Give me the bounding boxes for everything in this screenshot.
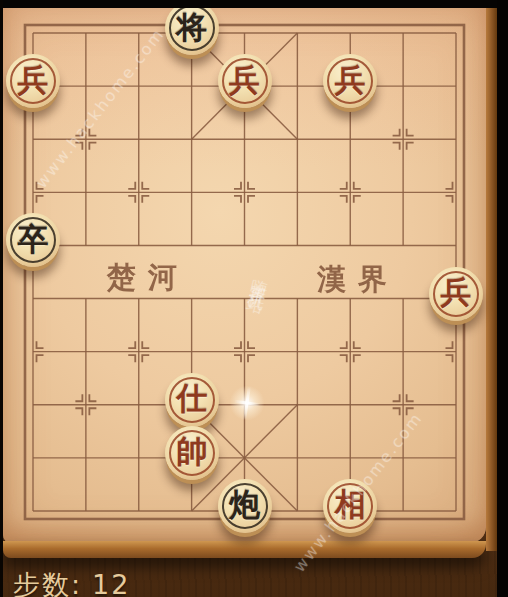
board-side-edge [486,8,497,551]
screen-edge-right [497,0,508,597]
piece-red-general[interactable]: 帥 [165,426,219,480]
screen-edge-left [0,0,3,597]
piece-glyph: 帥 [176,436,207,469]
piece-glyph: 卒 [18,224,49,257]
board-front-edge [3,541,486,558]
piece-glyph: 兵 [229,65,260,98]
move-counter: 步数:12 [13,567,130,597]
piece-black-general[interactable]: 将 [165,1,219,55]
piece-glyph: 仕 [176,383,207,416]
piece-red-soldier[interactable]: 兵 [218,54,272,108]
piece-glyph: 兵 [18,65,49,98]
piece-glyph: 炮 [229,489,260,522]
piece-glyph: 兵 [335,65,366,98]
piece-glyph: 将 [176,12,207,45]
piece-red-soldier[interactable]: 兵 [429,267,483,321]
piece-red-soldier[interactable]: 兵 [323,54,377,108]
screen-edge-top [0,0,508,8]
piece-glyph: 相 [335,489,366,522]
piece-red-elephant[interactable]: 相 [323,479,377,533]
piece-red-soldier[interactable]: 兵 [6,54,60,108]
move-counter-value: 12 [92,569,130,597]
piece-black-cannon[interactable]: 炮 [218,479,272,533]
piece-red-advisor[interactable]: 仕 [165,373,219,427]
piece-glyph: 兵 [441,277,472,310]
app-screen: 楚河 漢界 将兵兵兵卒兵仕帥炮相 步数:12 www.hackhome.comw… [0,0,508,597]
move-counter-label: 步数: [13,569,82,597]
